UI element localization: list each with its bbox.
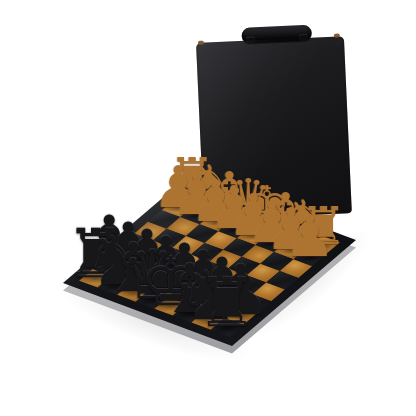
case-hinge-pin <box>334 33 340 37</box>
handle-mount <box>246 36 255 43</box>
product-photo-scene: ♜♞♝♛♚♝♞♜♟♟♟♟♟♟♟♟♟♟♟♟♟♟♟♟♜♞♝♛♚♝♞♜ <box>0 0 416 416</box>
handle-mount <box>299 34 308 41</box>
case-hinge-pin <box>198 41 204 45</box>
